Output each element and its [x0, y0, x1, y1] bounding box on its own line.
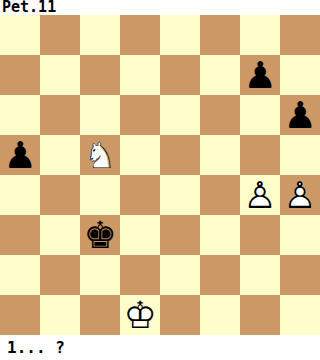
square-e1[interactable]: [160, 295, 200, 335]
black-pawn[interactable]: ♟: [280, 95, 320, 135]
square-d6[interactable]: [120, 95, 160, 135]
square-f4[interactable]: [200, 175, 240, 215]
square-f8[interactable]: [200, 15, 240, 55]
square-b4[interactable]: [40, 175, 80, 215]
square-e3[interactable]: [160, 215, 200, 255]
black-king-glyph: ♚: [80, 215, 120, 255]
square-c6[interactable]: [80, 95, 120, 135]
square-b3[interactable]: [40, 215, 80, 255]
square-h7[interactable]: [280, 55, 320, 95]
square-g3[interactable]: [240, 215, 280, 255]
square-f1[interactable]: [200, 295, 240, 335]
square-c5[interactable]: ♞♘: [80, 135, 120, 175]
square-a2[interactable]: [0, 255, 40, 295]
square-e7[interactable]: [160, 55, 200, 95]
square-f6[interactable]: [200, 95, 240, 135]
move-prompt: 1... ?: [0, 339, 320, 357]
black-pawn-glyph: ♟: [0, 135, 40, 175]
square-a6[interactable]: [0, 95, 40, 135]
square-a1[interactable]: [0, 295, 40, 335]
white-pawn-glyph: ♙: [240, 175, 280, 215]
white-pawn-glyph: ♙: [280, 175, 320, 215]
square-h2[interactable]: [280, 255, 320, 295]
square-d2[interactable]: [120, 255, 160, 295]
black-pawn[interactable]: ♟: [240, 55, 280, 95]
white-king-glyph: ♔: [120, 295, 160, 335]
square-e8[interactable]: [160, 15, 200, 55]
square-h3[interactable]: [280, 215, 320, 255]
square-b8[interactable]: [40, 15, 80, 55]
chess-board: ♟♟♟♞♘♟♙♟♙♚♚♔: [0, 15, 320, 335]
chess-puzzle-diagram: Pet.11 ♟♟♟♞♘♟♙♟♙♚♚♔ 1... ?: [0, 0, 320, 360]
square-c3[interactable]: ♚: [80, 215, 120, 255]
square-f7[interactable]: [200, 55, 240, 95]
square-f3[interactable]: [200, 215, 240, 255]
square-b2[interactable]: [40, 255, 80, 295]
white-pawn[interactable]: ♟♙: [240, 175, 280, 215]
square-b5[interactable]: [40, 135, 80, 175]
square-d5[interactable]: [120, 135, 160, 175]
square-g6[interactable]: [240, 95, 280, 135]
square-a4[interactable]: [0, 175, 40, 215]
square-g2[interactable]: [240, 255, 280, 295]
square-d7[interactable]: [120, 55, 160, 95]
black-king[interactable]: ♚: [80, 215, 120, 255]
square-a5[interactable]: ♟: [0, 135, 40, 175]
black-pawn-glyph: ♟: [240, 55, 280, 95]
square-f2[interactable]: [200, 255, 240, 295]
white-knight[interactable]: ♞♘: [80, 135, 120, 175]
square-c1[interactable]: [80, 295, 120, 335]
white-pawn[interactable]: ♟♙: [280, 175, 320, 215]
square-b6[interactable]: [40, 95, 80, 135]
square-b1[interactable]: [40, 295, 80, 335]
square-g5[interactable]: [240, 135, 280, 175]
square-h8[interactable]: [280, 15, 320, 55]
square-g1[interactable]: [240, 295, 280, 335]
white-king[interactable]: ♚♔: [120, 295, 160, 335]
square-g8[interactable]: [240, 15, 280, 55]
square-c8[interactable]: [80, 15, 120, 55]
square-d1[interactable]: ♚♔: [120, 295, 160, 335]
square-e2[interactable]: [160, 255, 200, 295]
square-e6[interactable]: [160, 95, 200, 135]
square-c7[interactable]: [80, 55, 120, 95]
square-h1[interactable]: [280, 295, 320, 335]
square-d3[interactable]: [120, 215, 160, 255]
square-h5[interactable]: [280, 135, 320, 175]
square-g4[interactable]: ♟♙: [240, 175, 280, 215]
white-knight-glyph: ♘: [80, 135, 120, 175]
black-pawn-glyph: ♟: [280, 95, 320, 135]
square-c2[interactable]: [80, 255, 120, 295]
square-h6[interactable]: ♟: [280, 95, 320, 135]
square-a8[interactable]: [0, 15, 40, 55]
square-e4[interactable]: [160, 175, 200, 215]
square-h4[interactable]: ♟♙: [280, 175, 320, 215]
square-a3[interactable]: [0, 215, 40, 255]
square-a7[interactable]: [0, 55, 40, 95]
puzzle-title: Pet.11: [0, 0, 320, 15]
black-pawn[interactable]: ♟: [0, 135, 40, 175]
square-g7[interactable]: ♟: [240, 55, 280, 95]
square-d4[interactable]: [120, 175, 160, 215]
square-c4[interactable]: [80, 175, 120, 215]
square-f5[interactable]: [200, 135, 240, 175]
square-b7[interactable]: [40, 55, 80, 95]
square-d8[interactable]: [120, 15, 160, 55]
square-e5[interactable]: [160, 135, 200, 175]
